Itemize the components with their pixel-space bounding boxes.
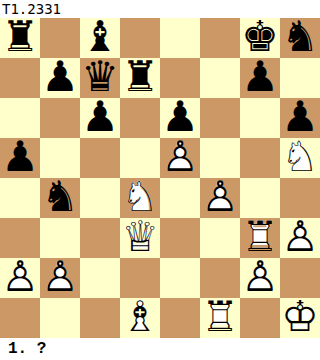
piece-black-knight[interactable]: ♞	[280, 18, 320, 58]
square-e1[interactable]	[160, 298, 200, 338]
pawn-outline-glyph: ♙	[280, 218, 320, 258]
knight-outline-glyph: ♘	[280, 138, 320, 178]
knight-glyph: ♞	[280, 18, 320, 58]
piece-black-rook[interactable]: ♜	[0, 18, 40, 58]
square-f8[interactable]	[200, 18, 240, 58]
piece-white-bishop[interactable]: ♝♗	[120, 298, 160, 338]
square-a4[interactable]	[0, 178, 40, 218]
square-e5[interactable]: ♟♙	[160, 138, 200, 178]
square-a7[interactable]	[0, 58, 40, 98]
square-b4[interactable]: ♞	[40, 178, 80, 218]
square-b6[interactable]	[40, 98, 80, 138]
square-d1[interactable]: ♝♗	[120, 298, 160, 338]
rook-glyph: ♜	[0, 18, 40, 58]
pawn-glyph: ♟	[0, 138, 40, 178]
piece-white-pawn[interactable]: ♟♙	[200, 178, 240, 218]
square-e2[interactable]	[160, 258, 200, 298]
square-d7[interactable]: ♜	[120, 58, 160, 98]
square-b2[interactable]: ♟♙	[40, 258, 80, 298]
piece-black-knight[interactable]: ♞	[40, 178, 80, 218]
king-outline-glyph: ♔	[280, 298, 320, 338]
pawn-glyph: ♟	[40, 58, 80, 98]
pawn-outline-glyph: ♙	[0, 258, 40, 298]
piece-black-rook[interactable]: ♜	[120, 58, 160, 98]
square-e4[interactable]	[160, 178, 200, 218]
square-e3[interactable]	[160, 218, 200, 258]
square-c1[interactable]	[80, 298, 120, 338]
square-a1[interactable]	[0, 298, 40, 338]
piece-black-pawn[interactable]: ♟	[240, 58, 280, 98]
piece-black-pawn[interactable]: ♟	[40, 58, 80, 98]
piece-white-pawn[interactable]: ♟♙	[0, 258, 40, 298]
square-b7[interactable]: ♟	[40, 58, 80, 98]
square-b1[interactable]	[40, 298, 80, 338]
square-g1[interactable]	[240, 298, 280, 338]
square-d3[interactable]: ♛♕	[120, 218, 160, 258]
square-g5[interactable]	[240, 138, 280, 178]
piece-white-pawn[interactable]: ♟♙	[240, 258, 280, 298]
square-f4[interactable]: ♟♙	[200, 178, 240, 218]
move-prompt-bar: 1. ?	[0, 338, 320, 360]
piece-white-knight[interactable]: ♞♘	[280, 138, 320, 178]
square-g2[interactable]: ♟♙	[240, 258, 280, 298]
square-g7[interactable]: ♟	[240, 58, 280, 98]
rook-glyph: ♜	[120, 58, 160, 98]
square-c2[interactable]	[80, 258, 120, 298]
square-e8[interactable]	[160, 18, 200, 58]
pawn-outline-glyph: ♙	[40, 258, 80, 298]
square-c4[interactable]	[80, 178, 120, 218]
piece-white-rook[interactable]: ♜♖	[200, 298, 240, 338]
square-h8[interactable]: ♞	[280, 18, 320, 58]
square-a5[interactable]: ♟	[0, 138, 40, 178]
square-f6[interactable]	[200, 98, 240, 138]
chess-board: ♜♝♚♞♟♛♜♟♟♟♟♟♟♙♞♘♞♞♘♟♙♛♕♜♖♟♙♟♙♟♙♟♙♝♗♜♖♚♔	[0, 18, 320, 338]
square-g6[interactable]	[240, 98, 280, 138]
piece-black-pawn[interactable]: ♟	[0, 138, 40, 178]
square-f3[interactable]	[200, 218, 240, 258]
square-f7[interactable]	[200, 58, 240, 98]
piece-white-pawn[interactable]: ♟♙	[280, 218, 320, 258]
piece-white-pawn[interactable]: ♟♙	[160, 138, 200, 178]
piece-white-king[interactable]: ♚♔	[280, 298, 320, 338]
move-prompt: 1. ?	[8, 338, 46, 360]
pawn-outline-glyph: ♙	[240, 258, 280, 298]
square-c5[interactable]	[80, 138, 120, 178]
square-d6[interactable]	[120, 98, 160, 138]
piece-white-pawn[interactable]: ♟♙	[40, 258, 80, 298]
piece-black-pawn[interactable]: ♟	[80, 98, 120, 138]
queen-outline-glyph: ♕	[120, 218, 160, 258]
rook-outline-glyph: ♖	[200, 298, 240, 338]
pawn-outline-glyph: ♙	[160, 138, 200, 178]
square-h5[interactable]: ♞♘	[280, 138, 320, 178]
piece-white-queen[interactable]: ♛♕	[120, 218, 160, 258]
pawn-glyph: ♟	[240, 58, 280, 98]
knight-glyph: ♞	[40, 178, 80, 218]
square-h1[interactable]: ♚♔	[280, 298, 320, 338]
square-f1[interactable]: ♜♖	[200, 298, 240, 338]
pawn-glyph: ♟	[80, 98, 120, 138]
square-c3[interactable]	[80, 218, 120, 258]
pawn-outline-glyph: ♙	[200, 178, 240, 218]
square-h3[interactable]: ♟♙	[280, 218, 320, 258]
square-c6[interactable]: ♟	[80, 98, 120, 138]
square-a2[interactable]: ♟♙	[0, 258, 40, 298]
bishop-outline-glyph: ♗	[120, 298, 160, 338]
square-a8[interactable]: ♜	[0, 18, 40, 58]
